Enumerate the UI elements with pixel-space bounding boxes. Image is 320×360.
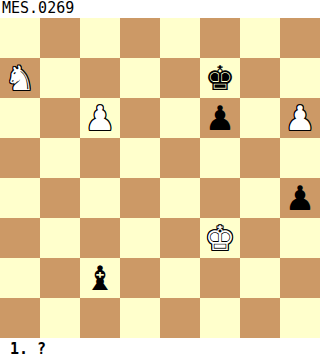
square-c2[interactable]: ♝: [80, 258, 120, 298]
square-c4[interactable]: [80, 178, 120, 218]
square-h8[interactable]: [280, 18, 320, 58]
square-b8[interactable]: [40, 18, 80, 58]
square-d4[interactable]: [120, 178, 160, 218]
square-d8[interactable]: [120, 18, 160, 58]
square-c6[interactable]: ♟: [80, 98, 120, 138]
square-g5[interactable]: [240, 138, 280, 178]
square-e6[interactable]: [160, 98, 200, 138]
move-prompt: 1. ?: [0, 338, 320, 360]
square-f1[interactable]: [200, 298, 240, 338]
square-a8[interactable]: [0, 18, 40, 58]
square-d3[interactable]: [120, 218, 160, 258]
square-h3[interactable]: [280, 218, 320, 258]
square-c1[interactable]: [80, 298, 120, 338]
square-f3[interactable]: ♚: [200, 218, 240, 258]
square-a7[interactable]: ♞: [0, 58, 40, 98]
square-c3[interactable]: [80, 218, 120, 258]
square-b7[interactable]: [40, 58, 80, 98]
square-f8[interactable]: [200, 18, 240, 58]
square-g2[interactable]: [240, 258, 280, 298]
square-f4[interactable]: [200, 178, 240, 218]
square-a1[interactable]: [0, 298, 40, 338]
chess-board: ♞♚♟♟♟♟♚♝: [0, 18, 320, 338]
square-d1[interactable]: [120, 298, 160, 338]
square-h5[interactable]: [280, 138, 320, 178]
black-pawn[interactable]: ♟: [285, 178, 315, 218]
white-pawn[interactable]: ♟: [85, 98, 115, 138]
square-h1[interactable]: [280, 298, 320, 338]
square-g8[interactable]: [240, 18, 280, 58]
square-e4[interactable]: [160, 178, 200, 218]
square-h7[interactable]: [280, 58, 320, 98]
square-h6[interactable]: ♟: [280, 98, 320, 138]
square-d2[interactable]: [120, 258, 160, 298]
square-f7[interactable]: ♚: [200, 58, 240, 98]
square-a2[interactable]: [0, 258, 40, 298]
white-knight[interactable]: ♞: [5, 58, 35, 98]
white-king[interactable]: ♚: [205, 218, 235, 258]
diagram-title: MES.0269: [0, 0, 320, 18]
square-c5[interactable]: [80, 138, 120, 178]
square-h2[interactable]: [280, 258, 320, 298]
square-d7[interactable]: [120, 58, 160, 98]
white-pawn[interactable]: ♟: [285, 98, 315, 138]
square-g6[interactable]: [240, 98, 280, 138]
square-d6[interactable]: [120, 98, 160, 138]
square-b6[interactable]: [40, 98, 80, 138]
black-king[interactable]: ♚: [205, 58, 235, 98]
square-g1[interactable]: [240, 298, 280, 338]
square-e5[interactable]: [160, 138, 200, 178]
black-bishop[interactable]: ♝: [85, 258, 115, 298]
square-e7[interactable]: [160, 58, 200, 98]
square-g7[interactable]: [240, 58, 280, 98]
square-a5[interactable]: [0, 138, 40, 178]
square-a4[interactable]: [0, 178, 40, 218]
square-a6[interactable]: [0, 98, 40, 138]
square-g3[interactable]: [240, 218, 280, 258]
square-d5[interactable]: [120, 138, 160, 178]
black-pawn[interactable]: ♟: [205, 98, 235, 138]
square-e3[interactable]: [160, 218, 200, 258]
square-b2[interactable]: [40, 258, 80, 298]
square-e8[interactable]: [160, 18, 200, 58]
square-f2[interactable]: [200, 258, 240, 298]
square-f5[interactable]: [200, 138, 240, 178]
square-h4[interactable]: ♟: [280, 178, 320, 218]
square-f6[interactable]: ♟: [200, 98, 240, 138]
square-a3[interactable]: [0, 218, 40, 258]
square-b1[interactable]: [40, 298, 80, 338]
square-c8[interactable]: [80, 18, 120, 58]
square-b3[interactable]: [40, 218, 80, 258]
square-b5[interactable]: [40, 138, 80, 178]
square-e1[interactable]: [160, 298, 200, 338]
square-e2[interactable]: [160, 258, 200, 298]
square-b4[interactable]: [40, 178, 80, 218]
square-g4[interactable]: [240, 178, 280, 218]
square-c7[interactable]: [80, 58, 120, 98]
